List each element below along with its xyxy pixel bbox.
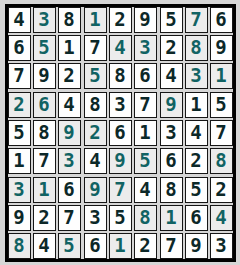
sudoku-cell-r7c3[interactable]: 6 xyxy=(58,177,81,203)
sudoku-cell-r9c5[interactable]: 1 xyxy=(109,233,132,259)
sudoku-cell-r3c9[interactable]: 1 xyxy=(210,63,233,89)
sudoku-cell-r3c5[interactable]: 8 xyxy=(109,63,132,89)
sudoku-cell-r4c6[interactable]: 7 xyxy=(134,92,157,118)
sudoku-cell-r6c6[interactable]: 5 xyxy=(134,148,157,174)
sudoku-cell-r8c3[interactable]: 7 xyxy=(58,205,81,231)
sudoku-cell-r9c8[interactable]: 9 xyxy=(185,233,208,259)
sudoku-cell-r1c1[interactable]: 4 xyxy=(8,7,31,33)
sudoku-cell-r7c6[interactable]: 4 xyxy=(134,177,157,203)
sudoku-cell-r1c8[interactable]: 7 xyxy=(185,7,208,33)
sudoku-cell-r8c5[interactable]: 5 xyxy=(109,205,132,231)
sudoku-cell-r5c8[interactable]: 4 xyxy=(185,120,208,146)
sudoku-cell-r9c9[interactable]: 3 xyxy=(210,233,233,259)
sudoku-cell-r7c4[interactable]: 9 xyxy=(84,177,107,203)
sudoku-cell-r9c2[interactable]: 4 xyxy=(33,233,56,259)
sudoku-cell-r2c8[interactable]: 8 xyxy=(185,35,208,61)
sudoku-box-2: 129743586 xyxy=(84,7,157,89)
sudoku-cell-r8c4[interactable]: 3 xyxy=(84,205,107,231)
sudoku-cell-r2c9[interactable]: 9 xyxy=(210,35,233,61)
sudoku-cell-r9c1[interactable]: 8 xyxy=(8,233,31,259)
sudoku-cell-r2c1[interactable]: 6 xyxy=(8,35,31,61)
sudoku-cell-r7c1[interactable]: 3 xyxy=(8,177,31,203)
sudoku-cell-r4c7[interactable]: 9 xyxy=(160,92,183,118)
sudoku-cell-r1c3[interactable]: 8 xyxy=(58,7,81,33)
sudoku-cell-r4c9[interactable]: 5 xyxy=(210,92,233,118)
sudoku-cell-r6c9[interactable]: 8 xyxy=(210,148,233,174)
sudoku-cell-r3c8[interactable]: 3 xyxy=(185,63,208,89)
sudoku-cell-r1c9[interactable]: 6 xyxy=(210,7,233,33)
sudoku-cell-r7c7[interactable]: 8 xyxy=(160,177,183,203)
sudoku-cell-r3c7[interactable]: 4 xyxy=(160,63,183,89)
sudoku-box-4: 264589173 xyxy=(8,92,81,174)
sudoku-cell-r5c1[interactable]: 5 xyxy=(8,120,31,146)
sudoku-cell-r1c4[interactable]: 1 xyxy=(84,7,107,33)
sudoku-cell-r2c4[interactable]: 7 xyxy=(84,35,107,61)
sudoku-cell-r8c8[interactable]: 6 xyxy=(185,205,208,231)
sudoku-cell-r8c7[interactable]: 1 xyxy=(160,205,183,231)
sudoku-cell-r5c9[interactable]: 7 xyxy=(210,120,233,146)
sudoku-cell-r9c7[interactable]: 7 xyxy=(160,233,183,259)
sudoku-cell-r2c3[interactable]: 1 xyxy=(58,35,81,61)
sudoku-cell-r5c2[interactable]: 8 xyxy=(33,120,56,146)
sudoku-cell-r7c8[interactable]: 5 xyxy=(185,177,208,203)
sudoku-cell-r3c2[interactable]: 9 xyxy=(33,63,56,89)
sudoku-cell-r6c4[interactable]: 4 xyxy=(84,148,107,174)
sudoku-cell-r6c8[interactable]: 2 xyxy=(185,148,208,174)
sudoku-cell-r7c2[interactable]: 1 xyxy=(33,177,56,203)
sudoku-box-7: 316927845 xyxy=(8,177,81,259)
sudoku-cell-r5c6[interactable]: 1 xyxy=(134,120,157,146)
sudoku-cell-r1c6[interactable]: 9 xyxy=(134,7,157,33)
sudoku-box-5: 837261495 xyxy=(84,92,157,174)
sudoku-cell-r4c8[interactable]: 1 xyxy=(185,92,208,118)
sudoku-cell-r6c3[interactable]: 3 xyxy=(58,148,81,174)
sudoku-box-8: 974358612 xyxy=(84,177,157,259)
sudoku-cell-r3c4[interactable]: 5 xyxy=(84,63,107,89)
sudoku-box-3: 576289431 xyxy=(160,7,233,89)
sudoku-box-9: 852164793 xyxy=(160,177,233,259)
sudoku-cell-r2c2[interactable]: 5 xyxy=(33,35,56,61)
sudoku-cell-r8c2[interactable]: 2 xyxy=(33,205,56,231)
sudoku-cell-r3c1[interactable]: 7 xyxy=(8,63,31,89)
sudoku-cell-r2c6[interactable]: 3 xyxy=(134,35,157,61)
sudoku-box-1: 438651792 xyxy=(8,7,81,89)
sudoku-cell-r4c2[interactable]: 6 xyxy=(33,92,56,118)
sudoku-cell-r5c5[interactable]: 6 xyxy=(109,120,132,146)
sudoku-cell-r1c2[interactable]: 3 xyxy=(33,7,56,33)
sudoku-cell-r6c7[interactable]: 6 xyxy=(160,148,183,174)
sudoku-cell-r5c4[interactable]: 2 xyxy=(84,120,107,146)
sudoku-cell-r2c7[interactable]: 2 xyxy=(160,35,183,61)
sudoku-cell-r3c6[interactable]: 6 xyxy=(134,63,157,89)
sudoku-cell-r8c1[interactable]: 9 xyxy=(8,205,31,231)
sudoku-cell-r1c5[interactable]: 2 xyxy=(109,7,132,33)
sudoku-cell-r4c5[interactable]: 3 xyxy=(109,92,132,118)
sudoku-cell-r4c4[interactable]: 8 xyxy=(84,92,107,118)
sudoku-cell-r2c5[interactable]: 4 xyxy=(109,35,132,61)
sudoku-cell-r3c3[interactable]: 2 xyxy=(58,63,81,89)
sudoku-cell-r7c5[interactable]: 7 xyxy=(109,177,132,203)
sudoku-cell-r4c1[interactable]: 2 xyxy=(8,92,31,118)
sudoku-cell-r6c5[interactable]: 9 xyxy=(109,148,132,174)
sudoku-screenshot: 4386517921297435865762894312645891738372… xyxy=(0,0,240,265)
sudoku-cell-r1c7[interactable]: 5 xyxy=(160,7,183,33)
sudoku-cell-r4c3[interactable]: 4 xyxy=(58,92,81,118)
sudoku-cell-r9c3[interactable]: 5 xyxy=(58,233,81,259)
sudoku-cell-r8c6[interactable]: 8 xyxy=(134,205,157,231)
sudoku-cell-r9c4[interactable]: 6 xyxy=(84,233,107,259)
sudoku-cell-r5c7[interactable]: 3 xyxy=(160,120,183,146)
sudoku-cell-r9c6[interactable]: 2 xyxy=(134,233,157,259)
sudoku-board: 4386517921297435865762894312645891738372… xyxy=(5,4,236,262)
sudoku-box-6: 915347628 xyxy=(160,92,233,174)
sudoku-cell-r7c9[interactable]: 2 xyxy=(210,177,233,203)
sudoku-cell-r5c3[interactable]: 9 xyxy=(58,120,81,146)
sudoku-cell-r6c1[interactable]: 1 xyxy=(8,148,31,174)
sudoku-cell-r6c2[interactable]: 7 xyxy=(33,148,56,174)
sudoku-cell-r8c9[interactable]: 4 xyxy=(210,205,233,231)
